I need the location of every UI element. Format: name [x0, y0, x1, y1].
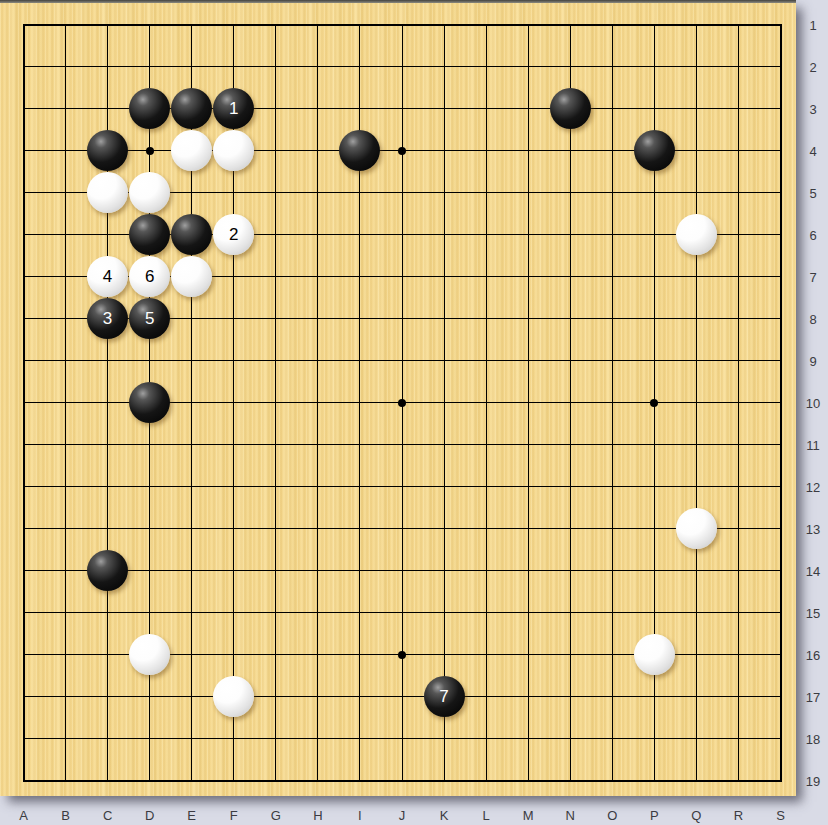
row-label-18: 18 [806, 732, 820, 745]
row-label-11: 11 [806, 438, 820, 451]
column-label-H: H [313, 809, 322, 822]
column-label-D: D [145, 809, 154, 822]
move-number-label: 7 [439, 688, 448, 705]
row-label-12: 12 [806, 480, 820, 493]
white-stone[interactable] [213, 130, 254, 171]
black-stone[interactable] [129, 214, 170, 255]
black-stone[interactable]: 3 [87, 298, 128, 339]
star-point [398, 399, 406, 407]
white-stone[interactable]: 2 [213, 214, 254, 255]
column-label-G: G [271, 809, 281, 822]
black-stone[interactable] [87, 550, 128, 591]
black-stone[interactable] [171, 214, 212, 255]
white-stone[interactable] [213, 676, 254, 717]
star-point [398, 147, 406, 155]
star-point [146, 147, 154, 155]
white-stone[interactable] [676, 508, 717, 549]
row-label-10: 10 [806, 396, 820, 409]
row-label-13: 13 [806, 522, 820, 535]
row-label-17: 17 [806, 690, 820, 703]
white-stone[interactable] [171, 130, 212, 171]
row-label-1: 1 [809, 18, 816, 31]
column-label-A: A [19, 809, 28, 822]
row-label-2: 2 [809, 60, 816, 73]
column-label-F: F [230, 809, 238, 822]
row-label-14: 14 [806, 564, 820, 577]
column-label-O: O [607, 809, 617, 822]
move-number-label: 5 [145, 310, 154, 327]
column-label-J: J [399, 809, 406, 822]
column-label-L: L [482, 809, 489, 822]
column-label-P: P [650, 809, 659, 822]
black-stone[interactable]: 7 [424, 676, 465, 717]
grid-line-vertical [65, 24, 66, 782]
column-label-I: I [358, 809, 362, 822]
black-stone[interactable]: 5 [129, 298, 170, 339]
star-point [650, 399, 658, 407]
black-stone[interactable] [339, 130, 380, 171]
black-stone[interactable]: 1 [213, 88, 254, 129]
grid-line-vertical [528, 24, 529, 782]
grid-line-vertical [738, 24, 739, 782]
row-label-3: 3 [809, 102, 816, 115]
row-label-7: 7 [809, 270, 816, 283]
column-label-S: S [776, 809, 785, 822]
white-stone[interactable] [129, 172, 170, 213]
white-stone[interactable] [87, 172, 128, 213]
row-label-16: 16 [806, 648, 820, 661]
row-label-9: 9 [809, 354, 816, 367]
grid-line-vertical [23, 24, 25, 782]
white-stone[interactable]: 6 [129, 256, 170, 297]
white-stone[interactable] [676, 214, 717, 255]
row-label-6: 6 [809, 228, 816, 241]
grid-line-vertical [570, 24, 571, 782]
go-board-viewer: 1246357 ABCDEFGHIJKLMNOPQRS 123456789101… [0, 0, 828, 825]
column-label-R: R [734, 809, 743, 822]
grid-line-vertical [696, 24, 697, 782]
move-number-label: 4 [103, 268, 112, 285]
black-stone[interactable] [87, 130, 128, 171]
grid-line-vertical [444, 24, 445, 782]
column-label-C: C [103, 809, 112, 822]
column-label-Q: Q [691, 809, 701, 822]
column-label-E: E [187, 809, 196, 822]
row-label-4: 4 [809, 144, 816, 157]
black-stone[interactable] [171, 88, 212, 129]
white-stone[interactable] [171, 256, 212, 297]
move-number-label: 3 [103, 310, 112, 327]
row-label-19: 19 [806, 774, 820, 787]
row-label-8: 8 [809, 312, 816, 325]
row-label-15: 15 [806, 606, 820, 619]
go-board[interactable]: 1246357 [0, 0, 796, 796]
black-stone[interactable] [129, 88, 170, 129]
column-label-K: K [440, 809, 449, 822]
grid-line-vertical [780, 24, 782, 782]
black-stone[interactable] [129, 382, 170, 423]
grid-line-vertical [612, 24, 613, 782]
move-number-label: 1 [229, 100, 238, 117]
column-label-N: N [565, 809, 574, 822]
white-stone[interactable]: 4 [87, 256, 128, 297]
grid-line-vertical [275, 24, 276, 782]
row-label-5: 5 [809, 186, 816, 199]
black-stone[interactable] [550, 88, 591, 129]
grid-line-vertical [486, 24, 487, 782]
column-label-B: B [61, 809, 70, 822]
column-label-M: M [523, 809, 534, 822]
black-stone[interactable] [634, 130, 675, 171]
white-stone[interactable] [129, 634, 170, 675]
move-number-label: 6 [145, 268, 154, 285]
star-point [398, 651, 406, 659]
move-number-label: 2 [229, 226, 238, 243]
grid-line-vertical [317, 24, 318, 782]
white-stone[interactable] [634, 634, 675, 675]
